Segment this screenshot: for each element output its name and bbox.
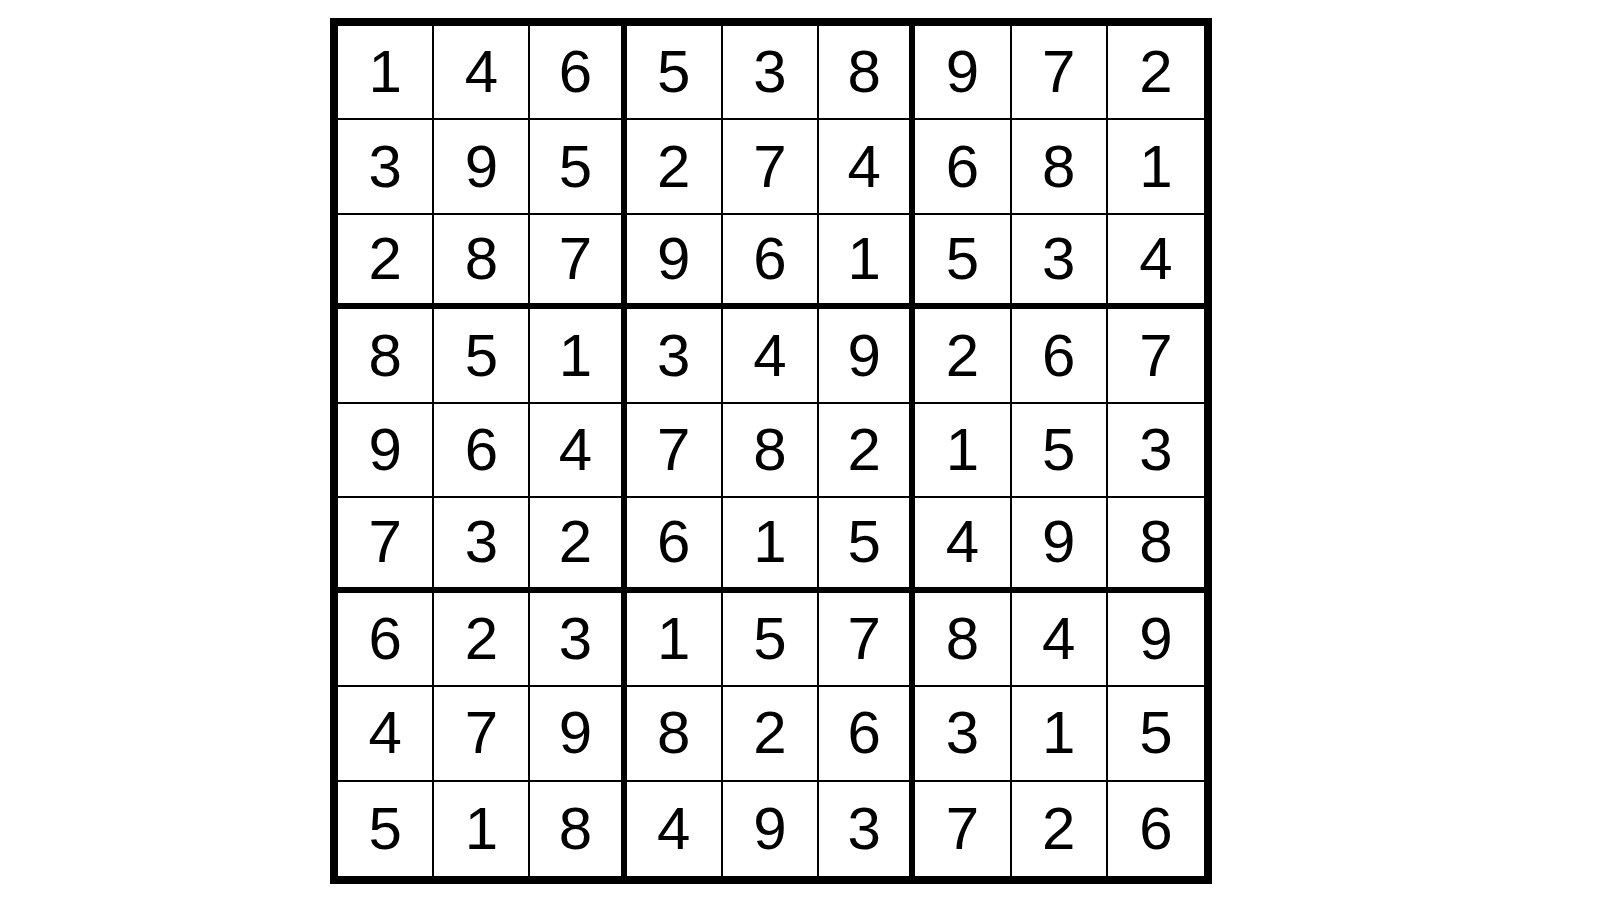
cell-r7c6[interactable]: 7 xyxy=(819,593,915,687)
cell-r5c5[interactable]: 8 xyxy=(723,404,819,498)
cell-r5c2[interactable]: 6 xyxy=(434,404,530,498)
cell-r6c1[interactable]: 7 xyxy=(338,498,434,592)
cell-r4c9[interactable]: 7 xyxy=(1108,309,1204,403)
cell-r6c6[interactable]: 5 xyxy=(819,498,915,592)
cell-r3c7[interactable]: 5 xyxy=(915,215,1011,309)
cell-r2c5[interactable]: 7 xyxy=(723,120,819,214)
cell-r7c3[interactable]: 3 xyxy=(530,593,626,687)
cell-r4c7[interactable]: 2 xyxy=(915,309,1011,403)
cell-r2c2[interactable]: 9 xyxy=(434,120,530,214)
page: 1465389723952746812879615348513492679647… xyxy=(0,0,1600,900)
cell-r7c9[interactable]: 9 xyxy=(1108,593,1204,687)
cell-r1c2[interactable]: 4 xyxy=(434,26,530,120)
cell-r1c3[interactable]: 6 xyxy=(530,26,626,120)
cell-r7c5[interactable]: 5 xyxy=(723,593,819,687)
cell-r8c7[interactable]: 3 xyxy=(915,687,1011,781)
cell-r3c6[interactable]: 1 xyxy=(819,215,915,309)
cell-r8c4[interactable]: 8 xyxy=(627,687,723,781)
cell-r5c8[interactable]: 5 xyxy=(1012,404,1108,498)
cell-r9c5[interactable]: 9 xyxy=(723,782,819,876)
cell-r2c6[interactable]: 4 xyxy=(819,120,915,214)
cell-r8c5[interactable]: 2 xyxy=(723,687,819,781)
cell-r2c8[interactable]: 8 xyxy=(1012,120,1108,214)
cell-r6c7[interactable]: 4 xyxy=(915,498,1011,592)
cell-r5c4[interactable]: 7 xyxy=(627,404,723,498)
sudoku-board: 1465389723952746812879615348513492679647… xyxy=(330,18,1212,884)
cell-r1c5[interactable]: 3 xyxy=(723,26,819,120)
cell-r8c3[interactable]: 9 xyxy=(530,687,626,781)
cell-r9c3[interactable]: 8 xyxy=(530,782,626,876)
cell-r5c1[interactable]: 9 xyxy=(338,404,434,498)
cell-r9c2[interactable]: 1 xyxy=(434,782,530,876)
cell-r5c7[interactable]: 1 xyxy=(915,404,1011,498)
cell-r2c7[interactable]: 6 xyxy=(915,120,1011,214)
cell-r3c8[interactable]: 3 xyxy=(1012,215,1108,309)
cell-r6c2[interactable]: 3 xyxy=(434,498,530,592)
cell-r1c1[interactable]: 1 xyxy=(338,26,434,120)
cell-r8c1[interactable]: 4 xyxy=(338,687,434,781)
cell-r9c7[interactable]: 7 xyxy=(915,782,1011,876)
cell-r4c1[interactable]: 8 xyxy=(338,309,434,403)
cell-r5c9[interactable]: 3 xyxy=(1108,404,1204,498)
cell-r4c5[interactable]: 4 xyxy=(723,309,819,403)
cell-r1c9[interactable]: 2 xyxy=(1108,26,1204,120)
cell-r1c7[interactable]: 9 xyxy=(915,26,1011,120)
cell-r3c2[interactable]: 8 xyxy=(434,215,530,309)
cell-r7c2[interactable]: 2 xyxy=(434,593,530,687)
cell-r8c9[interactable]: 5 xyxy=(1108,687,1204,781)
cell-r4c3[interactable]: 1 xyxy=(530,309,626,403)
cell-r4c2[interactable]: 5 xyxy=(434,309,530,403)
cell-r6c9[interactable]: 8 xyxy=(1108,498,1204,592)
cell-r2c9[interactable]: 1 xyxy=(1108,120,1204,214)
cell-r6c4[interactable]: 6 xyxy=(627,498,723,592)
cell-r2c4[interactable]: 2 xyxy=(627,120,723,214)
cell-r9c9[interactable]: 6 xyxy=(1108,782,1204,876)
cell-r2c1[interactable]: 3 xyxy=(338,120,434,214)
cell-r1c4[interactable]: 5 xyxy=(627,26,723,120)
cell-r4c4[interactable]: 3 xyxy=(627,309,723,403)
cell-r7c1[interactable]: 6 xyxy=(338,593,434,687)
cell-r1c8[interactable]: 7 xyxy=(1012,26,1108,120)
cell-r3c3[interactable]: 7 xyxy=(530,215,626,309)
cell-r3c4[interactable]: 9 xyxy=(627,215,723,309)
cell-r8c6[interactable]: 6 xyxy=(819,687,915,781)
cell-r9c1[interactable]: 5 xyxy=(338,782,434,876)
cell-r6c3[interactable]: 2 xyxy=(530,498,626,592)
cell-r8c2[interactable]: 7 xyxy=(434,687,530,781)
cell-r4c6[interactable]: 9 xyxy=(819,309,915,403)
cell-r7c8[interactable]: 4 xyxy=(1012,593,1108,687)
cell-r8c8[interactable]: 1 xyxy=(1012,687,1108,781)
cell-r6c8[interactable]: 9 xyxy=(1012,498,1108,592)
cell-r9c6[interactable]: 3 xyxy=(819,782,915,876)
cell-r7c7[interactable]: 8 xyxy=(915,593,1011,687)
cell-r6c5[interactable]: 1 xyxy=(723,498,819,592)
cell-r4c8[interactable]: 6 xyxy=(1012,309,1108,403)
cell-r3c9[interactable]: 4 xyxy=(1108,215,1204,309)
cell-r3c1[interactable]: 2 xyxy=(338,215,434,309)
cell-r9c8[interactable]: 2 xyxy=(1012,782,1108,876)
cell-r9c4[interactable]: 4 xyxy=(627,782,723,876)
cell-r7c4[interactable]: 1 xyxy=(627,593,723,687)
cell-r5c6[interactable]: 2 xyxy=(819,404,915,498)
cell-r5c3[interactable]: 4 xyxy=(530,404,626,498)
cell-r1c6[interactable]: 8 xyxy=(819,26,915,120)
cell-r3c5[interactable]: 6 xyxy=(723,215,819,309)
cell-r2c3[interactable]: 5 xyxy=(530,120,626,214)
